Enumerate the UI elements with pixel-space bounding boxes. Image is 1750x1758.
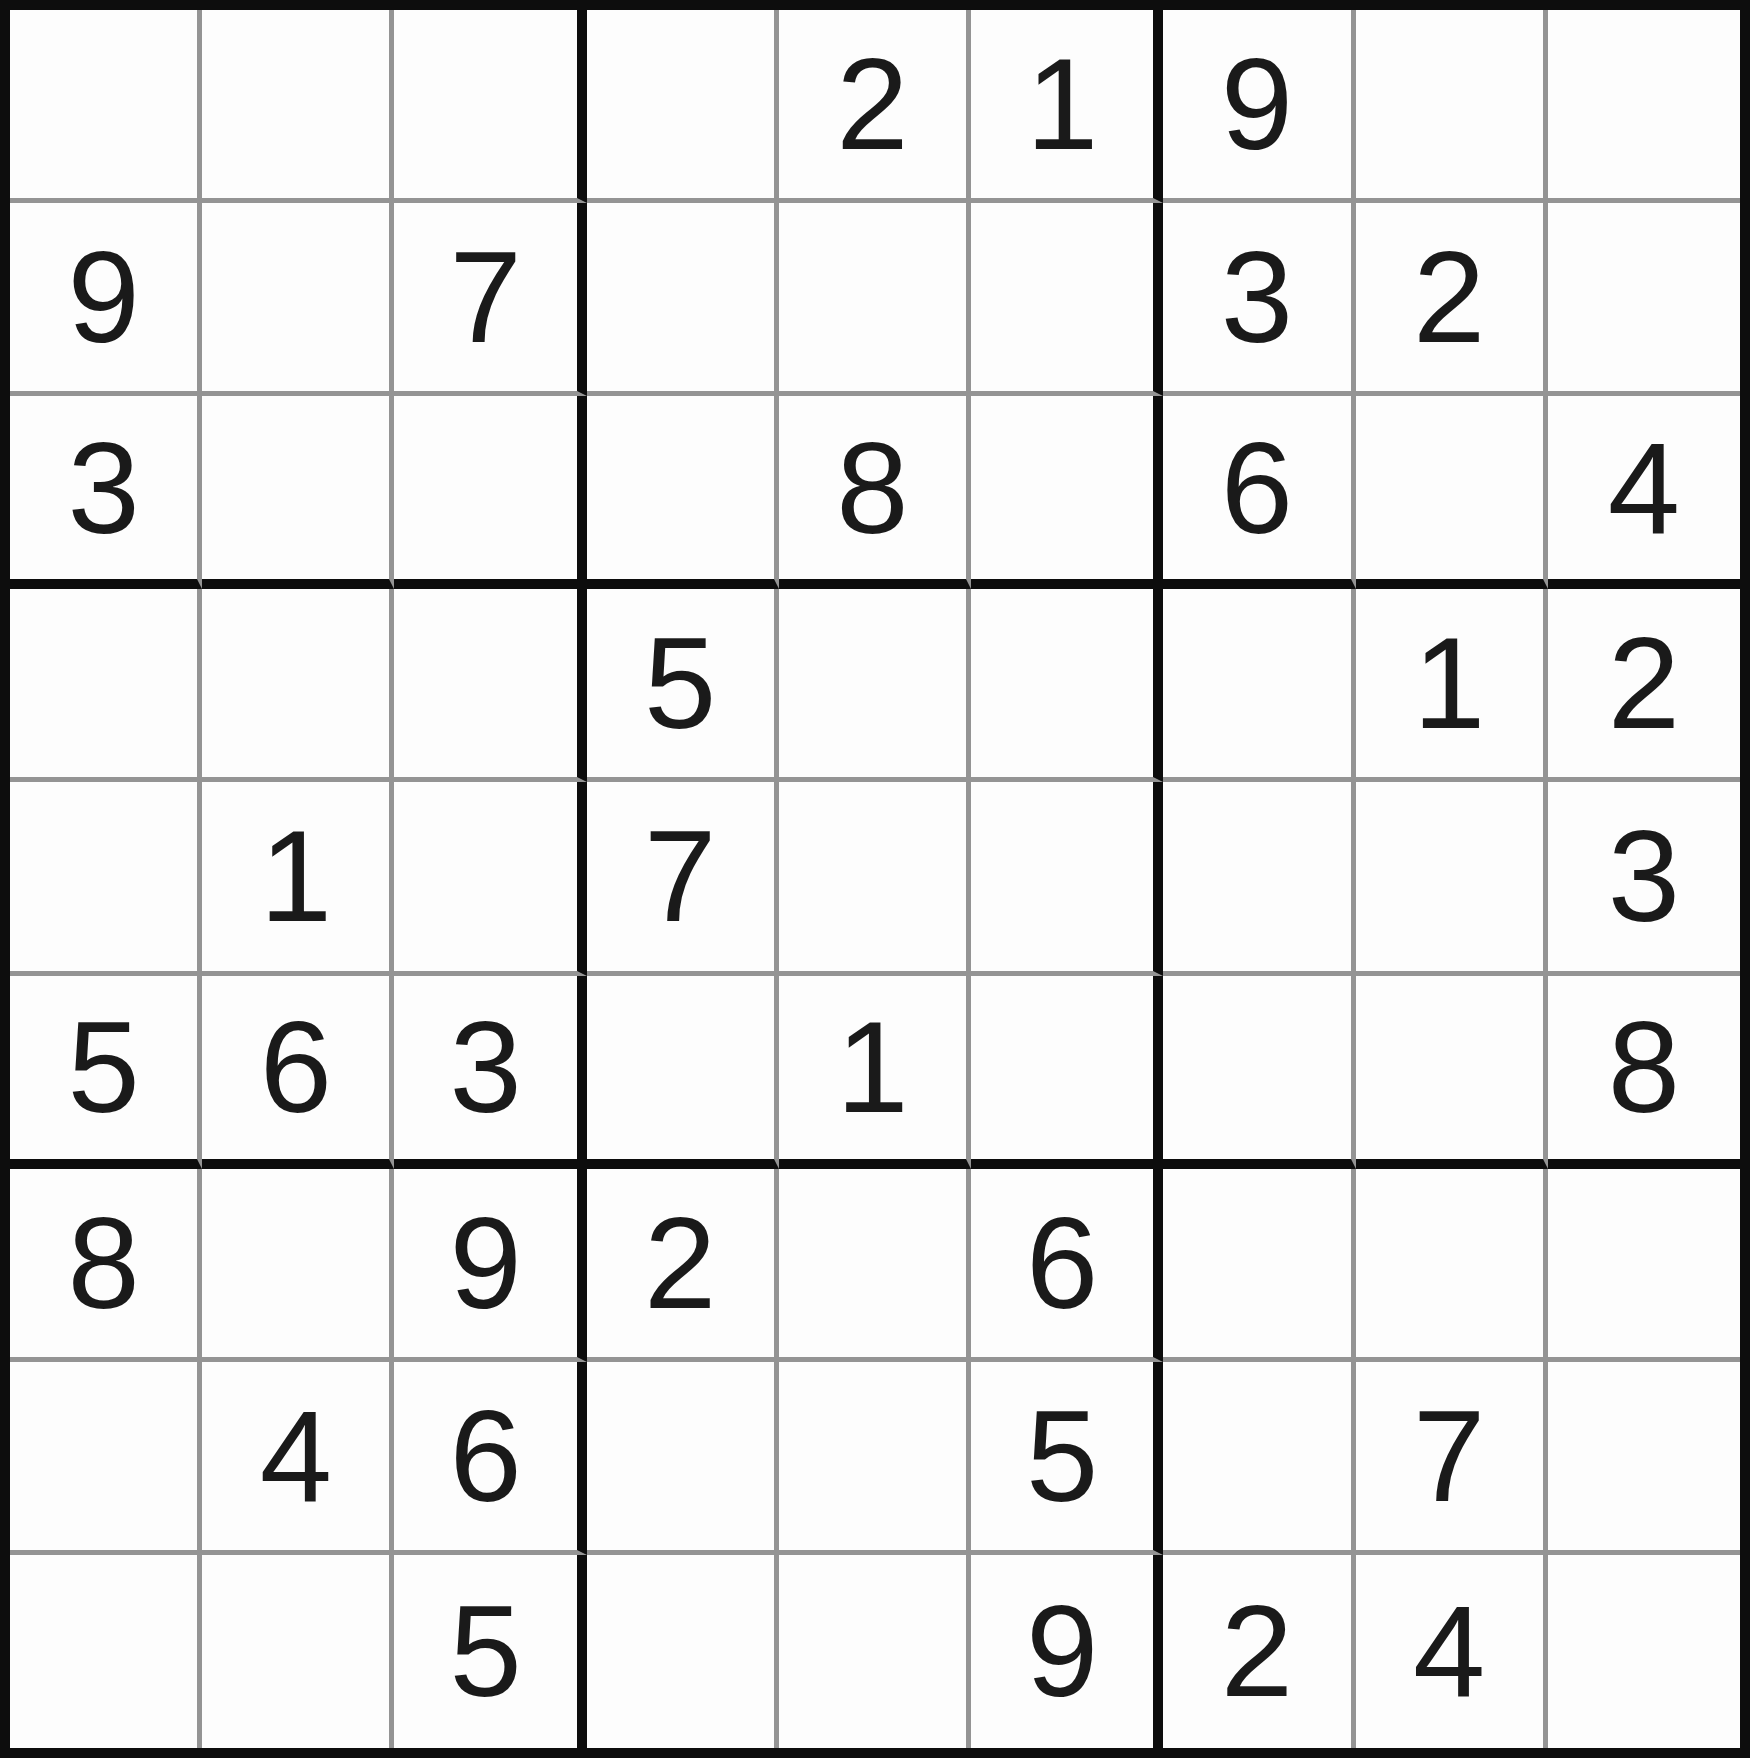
cell-r9c9[interactable] [1548,1555,1740,1748]
cell-r7c6-given[interactable]: 6 [971,1169,1163,1362]
cell-r2c1-given[interactable]: 9 [10,203,202,396]
cell-r5c9-given[interactable]: 3 [1548,782,1740,975]
cell-r3c7-given[interactable]: 6 [1163,396,1355,589]
cell-r5c2-given[interactable]: 1 [202,782,394,975]
cell-r2c7-given[interactable]: 3 [1163,203,1355,396]
cell-r2c2[interactable] [202,203,394,396]
cell-r1c6-given[interactable]: 1 [971,10,1163,203]
cell-r8c3-given[interactable]: 6 [394,1362,586,1555]
cell-r3c2[interactable] [202,396,394,589]
cell-r9c8-given[interactable]: 4 [1356,1555,1548,1748]
cell-r4c4-given[interactable]: 5 [587,589,779,782]
cell-r1c9[interactable] [1548,10,1740,203]
cell-r7c7[interactable] [1163,1169,1355,1362]
cell-r2c6[interactable] [971,203,1163,396]
cell-r6c4[interactable] [587,976,779,1169]
cell-r8c9[interactable] [1548,1362,1740,1555]
cell-r3c8[interactable] [1356,396,1548,589]
cell-r3c1-given[interactable]: 3 [10,396,202,589]
cell-r2c8-given[interactable]: 2 [1356,203,1548,396]
cell-r2c9[interactable] [1548,203,1740,396]
sudoku-board: 2199732386451217356318892646575924 [0,0,1750,1758]
cell-r9c1[interactable] [10,1555,202,1748]
cell-r5c1[interactable] [10,782,202,975]
cell-r9c4[interactable] [587,1555,779,1748]
cell-r3c6[interactable] [971,396,1163,589]
cell-r6c2-given[interactable]: 6 [202,976,394,1169]
cell-r7c2[interactable] [202,1169,394,1362]
cell-r5c5[interactable] [779,782,971,975]
cell-r4c2[interactable] [202,589,394,782]
cell-r4c3[interactable] [394,589,586,782]
cell-r2c5[interactable] [779,203,971,396]
cell-r6c8[interactable] [1356,976,1548,1169]
cell-r8c7[interactable] [1163,1362,1355,1555]
cell-r3c4[interactable] [587,396,779,589]
cell-r7c1-given[interactable]: 8 [10,1169,202,1362]
cell-r2c4[interactable] [587,203,779,396]
cell-r8c1[interactable] [10,1362,202,1555]
cell-r1c5-given[interactable]: 2 [779,10,971,203]
cell-r7c9[interactable] [1548,1169,1740,1362]
cell-r6c5-given[interactable]: 1 [779,976,971,1169]
cell-r1c4[interactable] [587,10,779,203]
cell-r8c4[interactable] [587,1362,779,1555]
cell-r9c3-given[interactable]: 5 [394,1555,586,1748]
cell-r1c1[interactable] [10,10,202,203]
cell-r7c5[interactable] [779,1169,971,1362]
cell-r5c6[interactable] [971,782,1163,975]
cell-r3c3[interactable] [394,396,586,589]
cell-r1c7-given[interactable]: 9 [1163,10,1355,203]
cell-r1c3[interactable] [394,10,586,203]
cell-r5c4-given[interactable]: 7 [587,782,779,975]
cell-r2c3-given[interactable]: 7 [394,203,586,396]
cell-r3c9-given[interactable]: 4 [1548,396,1740,589]
cell-r4c7[interactable] [1163,589,1355,782]
cell-r5c3[interactable] [394,782,586,975]
cell-r6c1-given[interactable]: 5 [10,976,202,1169]
cell-r9c2[interactable] [202,1555,394,1748]
cell-r4c9-given[interactable]: 2 [1548,589,1740,782]
cell-r4c8-given[interactable]: 1 [1356,589,1548,782]
cell-r4c1[interactable] [10,589,202,782]
cell-r7c8[interactable] [1356,1169,1548,1362]
cell-r6c7[interactable] [1163,976,1355,1169]
cell-r4c6[interactable] [971,589,1163,782]
cell-r7c3-given[interactable]: 9 [394,1169,586,1362]
cell-r6c3-given[interactable]: 3 [394,976,586,1169]
cell-r8c8-given[interactable]: 7 [1356,1362,1548,1555]
cell-r8c2-given[interactable]: 4 [202,1362,394,1555]
cell-r7c4-given[interactable]: 2 [587,1169,779,1362]
cell-r6c6[interactable] [971,976,1163,1169]
cell-r4c5[interactable] [779,589,971,782]
cell-r6c9-given[interactable]: 8 [1548,976,1740,1169]
cell-r5c7[interactable] [1163,782,1355,975]
cell-r1c2[interactable] [202,10,394,203]
cell-r1c8[interactable] [1356,10,1548,203]
cell-r9c5[interactable] [779,1555,971,1748]
cell-r9c6-given[interactable]: 9 [971,1555,1163,1748]
cell-r9c7-given[interactable]: 2 [1163,1555,1355,1748]
cell-r8c5[interactable] [779,1362,971,1555]
cell-r3c5-given[interactable]: 8 [779,396,971,589]
cell-r5c8[interactable] [1356,782,1548,975]
cell-r8c6-given[interactable]: 5 [971,1362,1163,1555]
